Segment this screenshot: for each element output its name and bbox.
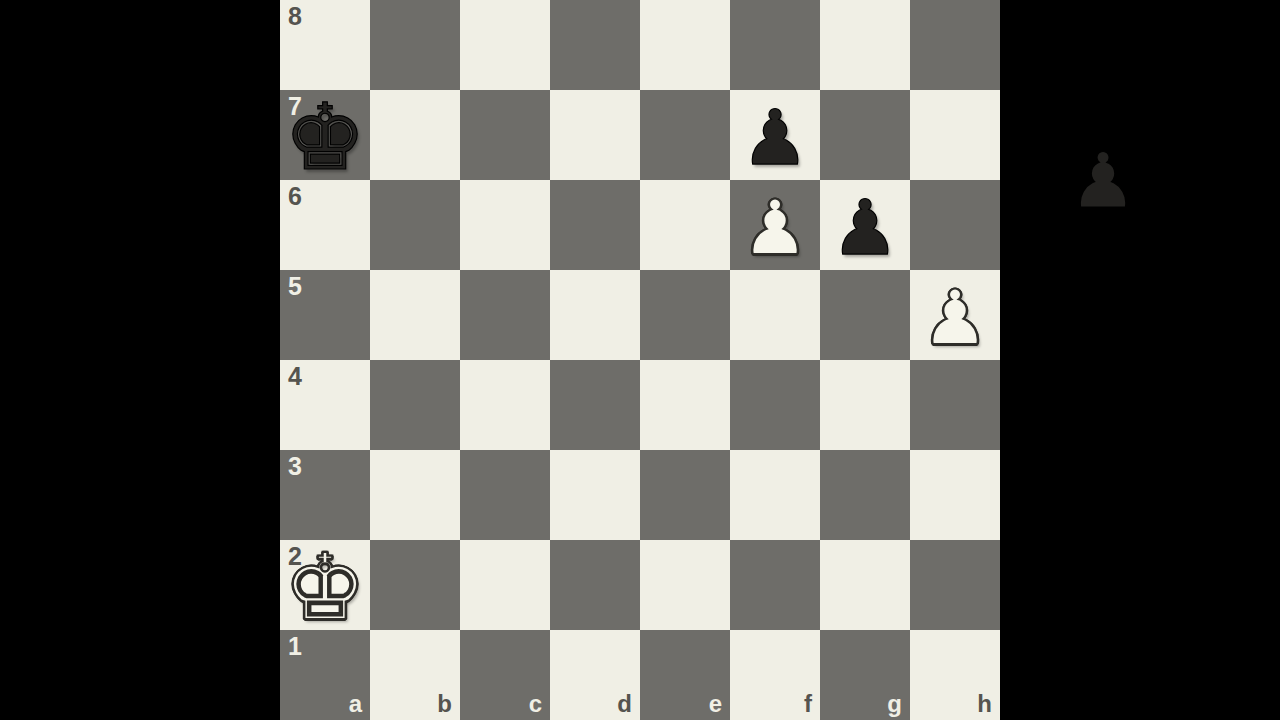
square-a8[interactable]: 8 <box>280 0 370 90</box>
file-label-d: d <box>617 692 632 716</box>
letterbox-left <box>0 0 280 720</box>
file-label-h: h <box>977 692 992 716</box>
square-b8[interactable] <box>370 0 460 90</box>
square-f3[interactable] <box>730 450 820 540</box>
piece-black-pawn-moving-g7f6[interactable]: ♟ <box>1058 133 1148 223</box>
square-h1[interactable]: h <box>910 630 1000 720</box>
square-f5[interactable] <box>730 270 820 360</box>
letterbox-right <box>1000 0 1280 720</box>
square-d7[interactable] <box>550 90 640 180</box>
square-b3[interactable] <box>370 450 460 540</box>
square-d4[interactable] <box>550 360 640 450</box>
square-f4[interactable] <box>730 360 820 450</box>
square-b2[interactable] <box>370 540 460 630</box>
chess-board: 87654321abcdefgh♚♟♟♟♟♟♚ <box>280 0 1000 720</box>
square-d6[interactable] <box>550 180 640 270</box>
square-g3[interactable] <box>820 450 910 540</box>
square-h7[interactable] <box>910 90 1000 180</box>
square-h3[interactable] <box>910 450 1000 540</box>
file-label-b: b <box>437 692 452 716</box>
square-f2[interactable] <box>730 540 820 630</box>
rank-label-3: 3 <box>288 454 302 479</box>
square-h8[interactable] <box>910 0 1000 90</box>
square-c7[interactable] <box>460 90 550 180</box>
square-h2[interactable] <box>910 540 1000 630</box>
piece-black-pawn-g6[interactable]: ♟ <box>820 180 910 270</box>
file-label-f: f <box>804 692 812 716</box>
square-d5[interactable] <box>550 270 640 360</box>
square-e6[interactable] <box>640 180 730 270</box>
square-d3[interactable] <box>550 450 640 540</box>
square-g8[interactable] <box>820 0 910 90</box>
square-a1[interactable]: 1a <box>280 630 370 720</box>
square-b6[interactable] <box>370 180 460 270</box>
piece-white-pawn-f6[interactable]: ♟ <box>730 180 820 270</box>
square-e4[interactable] <box>640 360 730 450</box>
square-a3[interactable]: 3 <box>280 450 370 540</box>
square-c3[interactable] <box>460 450 550 540</box>
square-e8[interactable] <box>640 0 730 90</box>
square-b1[interactable]: b <box>370 630 460 720</box>
square-e7[interactable] <box>640 90 730 180</box>
square-f1[interactable]: f <box>730 630 820 720</box>
square-d1[interactable]: d <box>550 630 640 720</box>
square-d2[interactable] <box>550 540 640 630</box>
square-c8[interactable] <box>460 0 550 90</box>
square-e5[interactable] <box>640 270 730 360</box>
rank-label-5: 5 <box>288 274 302 299</box>
chess-app-screen: 87654321abcdefgh♚♟♟♟♟♟♚ <box>0 0 1280 720</box>
square-d8[interactable] <box>550 0 640 90</box>
rank-label-8: 8 <box>288 4 302 29</box>
square-a4[interactable]: 4 <box>280 360 370 450</box>
square-e2[interactable] <box>640 540 730 630</box>
piece-white-king-a2[interactable]: ♚ <box>280 540 370 630</box>
square-e3[interactable] <box>640 450 730 540</box>
square-h4[interactable] <box>910 360 1000 450</box>
square-b5[interactable] <box>370 270 460 360</box>
square-b4[interactable] <box>370 360 460 450</box>
square-c1[interactable]: c <box>460 630 550 720</box>
file-label-e: e <box>709 692 722 716</box>
square-h6[interactable] <box>910 180 1000 270</box>
square-c6[interactable] <box>460 180 550 270</box>
square-e1[interactable]: e <box>640 630 730 720</box>
rank-label-4: 4 <box>288 364 302 389</box>
piece-black-king-a7[interactable]: ♚ <box>280 90 370 180</box>
square-g7[interactable] <box>820 90 910 180</box>
piece-white-pawn-h5[interactable]: ♟ <box>910 270 1000 360</box>
piece-black-pawn-f7[interactable]: ♟ <box>730 90 820 180</box>
square-f8[interactable] <box>730 0 820 90</box>
square-g4[interactable] <box>820 360 910 450</box>
square-g2[interactable] <box>820 540 910 630</box>
square-c5[interactable] <box>460 270 550 360</box>
square-c4[interactable] <box>460 360 550 450</box>
square-c2[interactable] <box>460 540 550 630</box>
file-label-g: g <box>887 692 902 716</box>
file-label-c: c <box>529 692 542 716</box>
square-g1[interactable]: g <box>820 630 910 720</box>
file-label-a: a <box>349 692 362 716</box>
square-a6[interactable]: 6 <box>280 180 370 270</box>
square-a5[interactable]: 5 <box>280 270 370 360</box>
square-b7[interactable] <box>370 90 460 180</box>
square-g5[interactable] <box>820 270 910 360</box>
